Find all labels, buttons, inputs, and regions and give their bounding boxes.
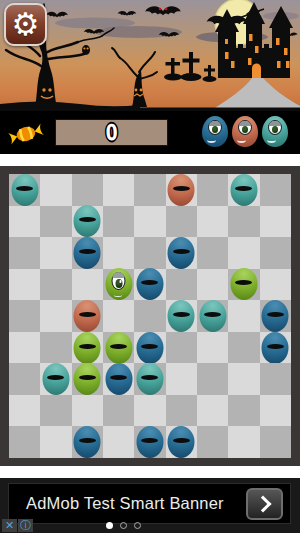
board-cell[interactable] [197,395,228,427]
board-cell[interactable] [9,395,40,427]
board-cell[interactable] [103,363,134,395]
board-cell[interactable] [166,206,197,238]
board-cell[interactable] [260,237,291,269]
board-cell[interactable] [260,426,291,458]
board-cell[interactable] [134,426,165,458]
board-cell[interactable] [40,206,71,238]
closed-eye-icon [173,438,190,443]
closed-eye-icon [141,280,158,285]
board-cell[interactable] [260,300,291,332]
closed-eye-icon [110,344,127,349]
closed-eye-icon [173,312,190,317]
board-cell[interactable] [9,237,40,269]
board-cell[interactable] [103,300,134,332]
board-cell[interactable] [103,332,134,364]
candy-icon [5,118,47,148]
board-cell[interactable] [166,332,197,364]
closed-eye-icon [141,438,158,443]
chevron-right-icon [255,496,272,513]
eye-icon [268,120,282,135]
closed-eye-icon [141,344,158,349]
board-cell[interactable] [228,174,259,206]
monster-piece-orange-sleeping[interactable] [168,174,195,206]
board-cell[interactable] [134,363,165,395]
board-cell[interactable] [197,174,228,206]
board-cell[interactable] [72,269,103,301]
board-cell[interactable] [197,237,228,269]
board-cell[interactable] [40,426,71,458]
smile-icon [207,137,216,143]
board-cell[interactable] [40,332,71,364]
board-cell[interactable] [260,174,291,206]
eye-icon [238,120,252,135]
board-cell[interactable] [197,426,228,458]
header-halloween-scene: ⚙ [0,0,300,111]
board-cell[interactable] [40,395,71,427]
eyelid-icon [112,272,124,278]
board-cell[interactable] [197,269,228,301]
board-cell[interactable] [134,332,165,364]
board-cell[interactable] [72,426,103,458]
board-frame [0,166,300,466]
closed-eye-icon [79,217,96,222]
board-cell[interactable] [260,363,291,395]
board-cell[interactable] [40,237,71,269]
closed-eye-icon [173,249,190,254]
monster-piece-blue-sleeping[interactable] [74,237,101,269]
closed-eye-icon [47,375,64,380]
board-cell[interactable] [166,363,197,395]
board-cell[interactable] [134,174,165,206]
pagination-dot [120,522,127,529]
closed-eye-icon [79,375,96,380]
closed-eye-icon [110,375,127,380]
ad-banner-area: AdMob Test Smart Banner ✕ ⓘ [0,478,300,533]
board-cell[interactable] [228,395,259,427]
monster-piece-blue-sleeping[interactable] [136,426,163,458]
board-cell[interactable] [103,426,134,458]
avatar-monster-blue [202,116,228,147]
board-cell[interactable] [9,206,40,238]
board-cell[interactable] [134,395,165,427]
board-cell[interactable] [72,300,103,332]
monster-piece-blue-sleeping[interactable] [262,300,289,332]
gear-icon: ⚙ [12,9,40,40]
ad-pagination-dots [106,522,141,529]
board-cell[interactable] [197,332,228,364]
adchoices: ✕ ⓘ [2,519,33,532]
score-bar: 0 [0,111,300,154]
monster-piece-teal-sleeping[interactable] [42,363,69,395]
board-cell[interactable] [9,269,40,301]
board-cell[interactable] [260,206,291,238]
monster-piece-green-sleeping[interactable] [230,268,257,300]
board-cell[interactable] [103,206,134,238]
monster-piece-blue-sleeping[interactable] [105,363,132,395]
board-cell[interactable] [72,332,103,364]
eye-icon [208,120,222,135]
board-cell[interactable] [72,237,103,269]
board-cell[interactable] [197,206,228,238]
spacer [0,466,300,478]
smile-icon [267,137,276,143]
ad-info-icon[interactable]: ⓘ [18,519,33,532]
board-cell[interactable] [40,269,71,301]
board-cell[interactable] [40,300,71,332]
smile-icon [113,292,122,297]
board-cell[interactable] [197,363,228,395]
board-cell[interactable] [134,206,165,238]
board-cell[interactable] [9,332,40,364]
monster-piece-green-sleeping[interactable] [74,363,101,395]
board-cell[interactable] [228,363,259,395]
monster-piece-orange-sleeping[interactable] [74,300,101,332]
settings-button[interactable]: ⚙ [4,3,47,46]
monster-piece-teal-sleeping[interactable] [11,174,38,206]
closed-eye-icon [141,375,158,380]
board-cell[interactable] [72,206,103,238]
monster-piece-blue-sleeping[interactable] [74,426,101,458]
closed-eye-icon [267,312,284,317]
monster-piece-green-awake[interactable] [105,268,132,300]
board-cell[interactable] [134,237,165,269]
board-cell[interactable] [260,332,291,364]
board-cell[interactable] [72,395,103,427]
board-cell[interactable] [197,300,228,332]
board-cell[interactable] [228,332,259,364]
closed-eye-icon [79,344,96,349]
ad-text: AdMob Test Smart Banner [26,494,224,513]
board [9,174,291,458]
board-cell[interactable] [103,269,134,301]
monster-piece-teal-sleeping[interactable] [168,300,195,332]
closed-eye-icon [173,186,190,191]
board-cell[interactable] [166,426,197,458]
ad-cta-button[interactable] [246,488,283,520]
board-cell[interactable] [228,300,259,332]
app-screen: ⚙ 0 AdMob Test Smart Banner [0,0,300,533]
pagination-dot-active [106,522,113,529]
ad-close-icon[interactable]: ✕ [2,519,17,532]
spacer [0,154,300,166]
board-cell[interactable] [166,395,197,427]
board-cell[interactable] [103,395,134,427]
board-cell[interactable] [260,395,291,427]
closed-eye-icon [235,280,252,285]
closed-eye-icon [79,438,96,443]
board-cell[interactable] [228,269,259,301]
monster-piece-green-sleeping[interactable] [74,332,101,364]
board-cell[interactable] [228,426,259,458]
board-cell[interactable] [72,174,103,206]
monster-piece-blue-sleeping[interactable] [136,268,163,300]
smile-icon [237,137,246,143]
board-cell[interactable] [9,174,40,206]
closed-eye-icon [204,312,221,317]
monster-piece-teal-sleeping[interactable] [74,205,101,237]
closed-eye-icon [79,312,96,317]
board-cell[interactable] [40,363,71,395]
score-value: 0 [105,120,118,146]
avatar-monster-orange [232,116,258,147]
board-cell[interactable] [103,237,134,269]
board-cell[interactable] [228,237,259,269]
monster-piece-teal-sleeping[interactable] [136,363,163,395]
board-cell[interactable] [9,426,40,458]
pagination-dot [134,522,141,529]
board-cell[interactable] [166,237,197,269]
avatar-monster-teal [262,116,288,147]
monster-piece-blue-sleeping[interactable] [168,237,195,269]
monster-piece-blue-sleeping[interactable] [136,332,163,364]
eye-glint [119,280,122,283]
board-cell[interactable] [40,174,71,206]
board-cell[interactable] [134,300,165,332]
board-cell[interactable] [166,300,197,332]
board-cell[interactable] [260,269,291,301]
board-cell[interactable] [166,174,197,206]
board-cell[interactable] [9,363,40,395]
board-cell[interactable] [72,363,103,395]
board-cell[interactable] [228,206,259,238]
monster-piece-blue-sleeping[interactable] [168,426,195,458]
board-cell[interactable] [134,269,165,301]
score-display: 0 [55,119,168,146]
closed-eye-icon [16,186,33,191]
monster-piece-teal-sleeping[interactable] [230,174,257,206]
monster-piece-green-sleeping[interactable] [105,332,132,364]
closed-eye-icon [79,249,96,254]
board-cell[interactable] [166,269,197,301]
board-cell[interactable] [103,174,134,206]
owl-icon [82,45,90,55]
closed-eye-icon [267,344,284,349]
board-cell[interactable] [9,300,40,332]
ad-banner[interactable]: AdMob Test Smart Banner [8,483,291,524]
closed-eye-icon [235,186,252,191]
monster-piece-teal-sleeping[interactable] [199,300,226,332]
monster-avatars [202,116,288,147]
monster-piece-blue-sleeping[interactable] [262,332,289,364]
